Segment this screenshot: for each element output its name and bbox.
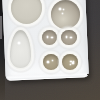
glitter-sparkle-highlight	[18, 42, 20, 44]
glitter-sparkle-highlight	[72, 62, 73, 63]
glitter-sparkle-highlight	[62, 13, 63, 14]
glitter-sparkle-highlight	[63, 9, 64, 10]
cavity-dome-bottom-left	[43, 54, 59, 70]
photo-of-silicone-mold	[0, 0, 100, 100]
glitter-sparkle-highlight	[66, 36, 67, 37]
cavity-dome-bottom-right	[62, 54, 78, 70]
glitter-sparkle-highlight	[52, 60, 53, 61]
glitter-sparkle-highlight	[70, 37, 71, 38]
glitter-sparkle-highlight	[47, 36, 48, 37]
cavity-dome-mid-right	[61, 30, 77, 46]
glitter-sparkle-highlight	[51, 37, 52, 38]
glitter-sparkle-highlight	[73, 61, 74, 62]
cavity-dome-large	[51, 0, 80, 29]
glitter-sparkle-highlight	[59, 8, 61, 10]
glitter-sparkle-highlight	[47, 61, 49, 63]
glitter-sparkle-highlight	[70, 64, 71, 65]
